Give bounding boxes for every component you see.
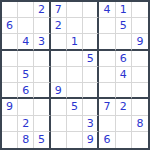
- cell-r4c4-empty[interactable]: [51, 51, 67, 67]
- cell-r7c4-empty[interactable]: [51, 99, 67, 115]
- cell-r8c2-given[interactable]: 2: [18, 116, 34, 132]
- cell-r7c6-empty[interactable]: [83, 99, 99, 115]
- cell-r3c4-empty[interactable]: [51, 34, 67, 50]
- cell-r2c1-given[interactable]: 6: [2, 18, 18, 34]
- cell-r1c6-empty[interactable]: [83, 2, 99, 18]
- cell-r4c7-empty[interactable]: [99, 51, 115, 67]
- cell-r5c6-empty[interactable]: [83, 67, 99, 83]
- cell-r5c4-empty[interactable]: [51, 67, 67, 83]
- cell-r8c6-given[interactable]: 3: [83, 116, 99, 132]
- cell-r1c7-given[interactable]: 4: [99, 2, 115, 18]
- cell-r1c4-given[interactable]: 7: [51, 2, 67, 18]
- cell-r4c1-empty[interactable]: [2, 51, 18, 67]
- cell-r6c2-given[interactable]: 6: [18, 83, 34, 99]
- cell-r2c7-empty[interactable]: [99, 18, 115, 34]
- cell-r6c8-empty[interactable]: [116, 83, 132, 99]
- cell-r7c3-empty[interactable]: [34, 99, 50, 115]
- cell-r6c9-empty[interactable]: [132, 83, 148, 99]
- cell-r4c6-given[interactable]: 5: [83, 51, 99, 67]
- cell-r7c8-given[interactable]: 2: [116, 99, 132, 115]
- cell-r4c3-empty[interactable]: [34, 51, 50, 67]
- cell-r5c3-empty[interactable]: [34, 67, 50, 83]
- cell-r9c7-given[interactable]: 6: [99, 132, 115, 148]
- cell-r5c9-empty[interactable]: [132, 67, 148, 83]
- cell-r9c3-given[interactable]: 5: [34, 132, 50, 148]
- cell-r6c6-empty[interactable]: [83, 83, 99, 99]
- cell-r2c5-empty[interactable]: [67, 18, 83, 34]
- cell-r9c8-empty[interactable]: [116, 132, 132, 148]
- cell-r8c7-empty[interactable]: [99, 116, 115, 132]
- cell-r6c3-empty[interactable]: [34, 83, 50, 99]
- cell-r7c7-given[interactable]: 7: [99, 99, 115, 115]
- cell-r4c9-empty[interactable]: [132, 51, 148, 67]
- cell-r1c8-given[interactable]: 1: [116, 2, 132, 18]
- cell-r3c5-given[interactable]: 1: [67, 34, 83, 50]
- cell-r2c6-empty[interactable]: [83, 18, 99, 34]
- cell-r3c9-given[interactable]: 9: [132, 34, 148, 50]
- cell-r2c3-empty[interactable]: [34, 18, 50, 34]
- cell-r8c8-empty[interactable]: [116, 116, 132, 132]
- cell-r3c1-empty[interactable]: [2, 34, 18, 50]
- cell-r3c7-empty[interactable]: [99, 34, 115, 50]
- cell-r6c1-empty[interactable]: [2, 83, 18, 99]
- cell-r6c5-empty[interactable]: [67, 83, 83, 99]
- cell-r1c2-empty[interactable]: [18, 2, 34, 18]
- cell-r9c9-empty[interactable]: [132, 132, 148, 148]
- cell-r5c2-given[interactable]: 5: [18, 67, 34, 83]
- cell-r3c3-given[interactable]: 3: [34, 34, 50, 50]
- cell-r2c8-given[interactable]: 5: [116, 18, 132, 34]
- cell-r8c9-given[interactable]: 8: [132, 116, 148, 132]
- cell-r9c4-empty[interactable]: [51, 132, 67, 148]
- cell-r4c8-given[interactable]: 6: [116, 51, 132, 67]
- cell-r3c2-given[interactable]: 4: [18, 34, 34, 50]
- cell-r3c8-empty[interactable]: [116, 34, 132, 50]
- cell-r7c1-given[interactable]: 9: [2, 99, 18, 115]
- cell-r1c1-empty[interactable]: [2, 2, 18, 18]
- cell-r2c4-given[interactable]: 2: [51, 18, 67, 34]
- cell-r8c4-empty[interactable]: [51, 116, 67, 132]
- cell-r7c5-given[interactable]: 5: [67, 99, 83, 115]
- cell-r9c5-empty[interactable]: [67, 132, 83, 148]
- cell-r3c6-empty[interactable]: [83, 34, 99, 50]
- cell-r1c3-given[interactable]: 2: [34, 2, 50, 18]
- cell-r1c9-empty[interactable]: [132, 2, 148, 18]
- cell-r6c7-empty[interactable]: [99, 83, 115, 99]
- cell-r9c2-given[interactable]: 8: [18, 132, 34, 148]
- cell-r8c5-empty[interactable]: [67, 116, 83, 132]
- cell-r9c6-given[interactable]: 9: [83, 132, 99, 148]
- cell-r7c2-empty[interactable]: [18, 99, 34, 115]
- cell-r2c2-empty[interactable]: [18, 18, 34, 34]
- sudoku-board: 2741625431956546995722388596: [0, 0, 150, 150]
- cell-r5c7-empty[interactable]: [99, 67, 115, 83]
- cell-r8c3-empty[interactable]: [34, 116, 50, 132]
- cell-r5c5-empty[interactable]: [67, 67, 83, 83]
- cell-r8c1-empty[interactable]: [2, 116, 18, 132]
- cell-r2c9-empty[interactable]: [132, 18, 148, 34]
- cell-r1c5-empty[interactable]: [67, 2, 83, 18]
- cell-r6c4-given[interactable]: 9: [51, 83, 67, 99]
- cell-r4c2-empty[interactable]: [18, 51, 34, 67]
- cell-r4c5-empty[interactable]: [67, 51, 83, 67]
- cell-r7c9-empty[interactable]: [132, 99, 148, 115]
- cell-r9c1-empty[interactable]: [2, 132, 18, 148]
- cell-r5c1-empty[interactable]: [2, 67, 18, 83]
- cell-r5c8-given[interactable]: 4: [116, 67, 132, 83]
